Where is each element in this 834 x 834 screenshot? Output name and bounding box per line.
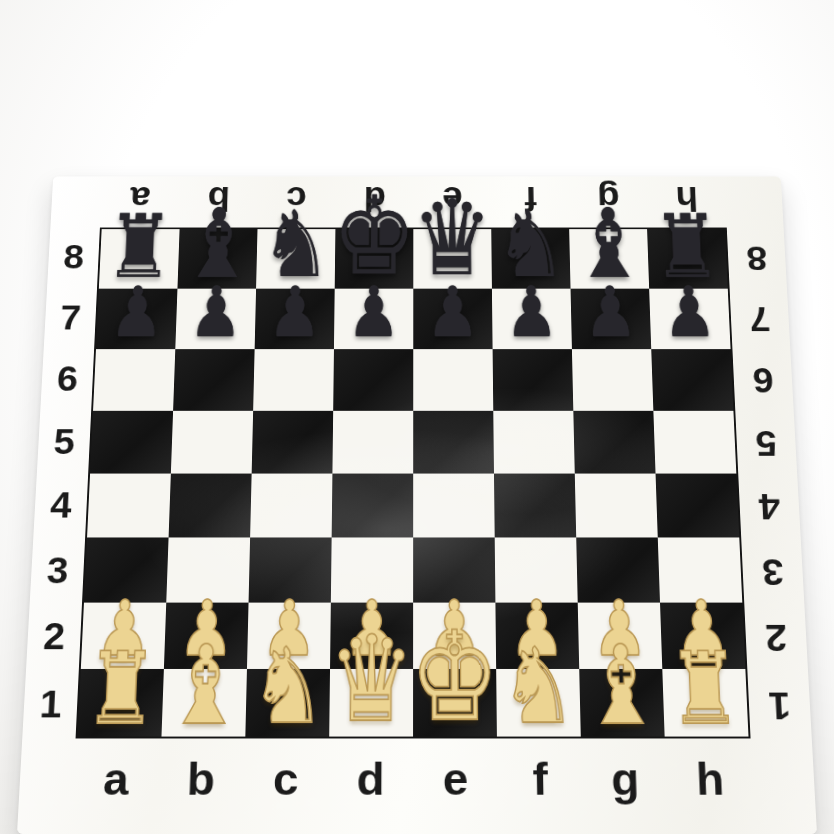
piece-white-knight-f1[interactable]: ♞	[500, 637, 577, 736]
file-label-bottom-a: a	[71, 738, 160, 834]
square-b4[interactable]	[169, 474, 252, 538]
rank-label-right-3: 3	[741, 538, 804, 604]
piece-black-pawn-b7[interactable]: ♟	[188, 280, 243, 346]
square-g1[interactable]: ♝	[579, 669, 664, 737]
mat-corner-bottom-right	[751, 738, 817, 834]
file-label-bottom-f: f	[497, 738, 584, 834]
square-b5[interactable]	[171, 411, 253, 474]
rank-label-right-6: 6	[732, 348, 793, 410]
rank-label-left-2: 2	[26, 604, 82, 671]
square-h7[interactable]: ♟	[649, 289, 730, 350]
square-e6[interactable]	[413, 349, 493, 411]
square-h5[interactable]	[653, 411, 736, 474]
square-d5[interactable]	[332, 411, 413, 474]
rank-label-right-4: 4	[738, 474, 800, 538]
photo-scene: abcdefgh 87654321 ♜♝♞♚♛♞♝♜♟♟♟♟♟♟♟♟♟♟♟♟♟♟…	[0, 0, 834, 834]
piece-black-pawn-c7[interactable]: ♟	[268, 280, 322, 346]
square-h1[interactable]: ♜	[662, 669, 748, 737]
square-h6[interactable]	[651, 349, 733, 411]
file-label-bottom-g: g	[582, 738, 670, 834]
file-labels-bottom: abcdefgh	[71, 738, 755, 834]
piece-black-pawn-g7[interactable]: ♟	[583, 280, 638, 346]
mat-corner-top-right	[724, 176, 783, 227]
square-a6[interactable]	[93, 349, 175, 411]
square-f5[interactable]	[493, 411, 574, 474]
chess-mat-wrapper: abcdefgh 87654321 ♜♝♞♚♛♞♝♜♟♟♟♟♟♟♟♟♟♟♟♟♟♟…	[17, 102, 817, 834]
square-a1[interactable]: ♜	[78, 669, 164, 737]
chess-board: ♜♝♞♚♛♞♝♜♟♟♟♟♟♟♟♟♟♟♟♟♟♟♟♟♜♝♞♛♚♞♝♜	[76, 228, 751, 739]
piece-white-bishop-g1[interactable]: ♝	[580, 633, 662, 737]
square-d1[interactable]: ♛	[329, 669, 413, 737]
rank-label-left-6: 6	[40, 348, 94, 410]
piece-black-pawn-h7[interactable]: ♟	[662, 280, 718, 346]
file-label-bottom-d: d	[328, 738, 414, 834]
piece-black-pawn-a7[interactable]: ♟	[109, 280, 165, 346]
file-label-bottom-b: b	[157, 738, 245, 834]
square-c1[interactable]: ♞	[245, 669, 330, 737]
piece-black-pawn-e7[interactable]: ♟	[426, 280, 480, 346]
square-f4[interactable]	[494, 474, 576, 538]
rank-label-left-4: 4	[33, 474, 88, 538]
square-f7[interactable]: ♟	[492, 289, 572, 350]
rank-label-right-5: 5	[735, 410, 797, 473]
file-label-bottom-c: c	[242, 738, 329, 834]
square-c5[interactable]	[252, 411, 334, 474]
rank-label-left-7: 7	[44, 287, 97, 348]
square-e4[interactable]	[413, 474, 495, 538]
square-c7[interactable]: ♟	[255, 289, 335, 350]
square-g6[interactable]	[572, 349, 653, 411]
square-a7[interactable]: ♟	[96, 289, 177, 350]
square-b1[interactable]: ♝	[161, 669, 246, 737]
square-d6[interactable]	[333, 349, 413, 411]
piece-white-bishop-b1[interactable]: ♝	[164, 633, 246, 737]
rank-label-right-7: 7	[730, 287, 791, 348]
square-f6[interactable]	[493, 349, 574, 411]
square-e5[interactable]	[413, 411, 494, 474]
chess-mat: abcdefgh 87654321 ♜♝♞♚♛♞♝♜♟♟♟♟♟♟♟♟♟♟♟♟♟♟…	[17, 176, 817, 834]
rank-label-left-1: 1	[22, 670, 79, 738]
square-b6[interactable]	[173, 349, 255, 411]
square-g4[interactable]	[575, 474, 658, 538]
mat-corner-top-left	[50, 176, 102, 227]
piece-white-king-e1[interactable]: ♚	[410, 619, 500, 736]
square-g5[interactable]	[573, 411, 655, 474]
square-d4[interactable]	[332, 474, 414, 538]
mat-layout: abcdefgh 87654321 ♜♝♞♚♛♞♝♜♟♟♟♟♟♟♟♟♟♟♟♟♟♟…	[17, 176, 817, 834]
square-c6[interactable]	[253, 349, 334, 411]
piece-white-knight-c1[interactable]: ♞	[249, 637, 326, 736]
square-a4[interactable]	[87, 474, 171, 538]
mat-corner-bottom-left	[17, 738, 76, 834]
rank-label-right-8: 8	[727, 228, 787, 288]
rank-label-left-5: 5	[37, 410, 91, 473]
file-label-bottom-e: e	[413, 738, 499, 834]
rank-label-left-3: 3	[30, 538, 85, 604]
square-f1[interactable]: ♞	[496, 669, 581, 737]
piece-white-rook-a1[interactable]: ♜	[83, 642, 159, 737]
square-h4[interactable]	[656, 474, 740, 538]
rank-label-right-2: 2	[744, 604, 808, 671]
piece-black-pawn-f7[interactable]: ♟	[505, 280, 559, 346]
piece-white-queen-d1[interactable]: ♛	[328, 624, 415, 737]
piece-black-pawn-d7[interactable]: ♟	[347, 280, 401, 346]
square-c4[interactable]	[250, 474, 332, 538]
rank-label-right-1: 1	[747, 670, 811, 738]
rank-label-left-8: 8	[47, 228, 100, 288]
square-a5[interactable]	[90, 411, 173, 474]
file-label-bottom-h: h	[666, 738, 755, 834]
piece-white-rook-h1[interactable]: ♜	[667, 642, 743, 737]
square-e1[interactable]: ♚	[413, 669, 497, 737]
